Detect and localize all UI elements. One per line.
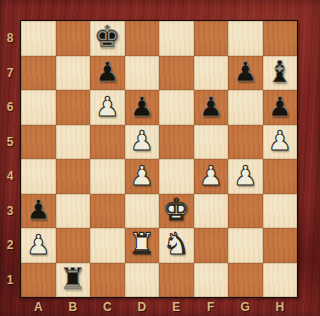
piece-white-pawn-a2[interactable]: ♟ — [26, 231, 50, 258]
square-h2[interactable] — [263, 228, 298, 263]
square-f5[interactable] — [194, 125, 229, 160]
square-c6[interactable]: ♟ — [90, 90, 125, 125]
square-e2[interactable]: ♞ — [159, 228, 194, 263]
square-b5[interactable] — [56, 125, 91, 160]
square-b6[interactable] — [56, 90, 91, 125]
square-g1[interactable] — [228, 263, 263, 298]
square-b3[interactable] — [56, 194, 91, 229]
square-b4[interactable] — [56, 159, 91, 194]
square-h7[interactable]: ♝ — [263, 56, 298, 91]
square-a5[interactable] — [21, 125, 56, 160]
piece-white-king-e3[interactable]: ♚ — [163, 195, 190, 225]
square-e8[interactable] — [159, 21, 194, 56]
square-c7[interactable]: ♟ — [90, 56, 125, 91]
piece-white-pawn-c6[interactable]: ♟ — [95, 93, 119, 120]
square-h4[interactable] — [263, 159, 298, 194]
piece-black-pawn-f6[interactable]: ♟ — [199, 93, 223, 120]
square-b8[interactable] — [56, 21, 91, 56]
file-label-f: F — [194, 297, 229, 316]
square-c3[interactable] — [90, 194, 125, 229]
square-c4[interactable] — [90, 159, 125, 194]
file-label-c: C — [90, 297, 125, 316]
square-f1[interactable] — [194, 263, 229, 298]
piece-black-pawn-g7[interactable]: ♟ — [233, 58, 257, 85]
square-g6[interactable] — [228, 90, 263, 125]
square-g2[interactable] — [228, 228, 263, 263]
file-label-b: B — [56, 297, 91, 316]
piece-white-pawn-f4[interactable]: ♟ — [199, 162, 223, 189]
rank-label-3: 3 — [0, 194, 20, 229]
square-g7[interactable]: ♟ — [228, 56, 263, 91]
square-c5[interactable] — [90, 125, 125, 160]
piece-black-king-c8[interactable]: ♚ — [94, 22, 121, 52]
square-e6[interactable] — [159, 90, 194, 125]
file-label-a: A — [21, 297, 56, 316]
piece-black-rook-b1[interactable]: ♜ — [59, 264, 86, 294]
square-c1[interactable] — [90, 263, 125, 298]
square-a8[interactable] — [21, 21, 56, 56]
square-d2[interactable]: ♜ — [125, 228, 160, 263]
square-h1[interactable] — [263, 263, 298, 298]
square-e1[interactable] — [159, 263, 194, 298]
chess-board: ♚♟♟♝♟♟♟♟♟♟♟♟♟♟♚♟♜♞♜ — [20, 20, 298, 298]
square-f3[interactable] — [194, 194, 229, 229]
square-a1[interactable] — [21, 263, 56, 298]
square-e5[interactable] — [159, 125, 194, 160]
square-h5[interactable]: ♟ — [263, 125, 298, 160]
piece-white-pawn-d5[interactable]: ♟ — [130, 127, 154, 154]
square-g5[interactable] — [228, 125, 263, 160]
square-b1[interactable]: ♜ — [56, 263, 91, 298]
file-label-e: E — [159, 297, 194, 316]
square-g4[interactable]: ♟ — [228, 159, 263, 194]
square-e4[interactable] — [159, 159, 194, 194]
rank-labels: 87654321 — [0, 21, 20, 297]
square-e3[interactable]: ♚ — [159, 194, 194, 229]
square-a7[interactable] — [21, 56, 56, 91]
square-a4[interactable] — [21, 159, 56, 194]
square-f2[interactable] — [194, 228, 229, 263]
rank-label-1: 1 — [0, 263, 20, 298]
square-h8[interactable] — [263, 21, 298, 56]
file-labels: ABCDEFGH — [21, 297, 297, 316]
square-a6[interactable] — [21, 90, 56, 125]
rank-label-4: 4 — [0, 159, 20, 194]
rank-label-8: 8 — [0, 21, 20, 56]
piece-white-knight-e2[interactable]: ♞ — [163, 229, 190, 259]
square-b7[interactable] — [56, 56, 91, 91]
square-f8[interactable] — [194, 21, 229, 56]
piece-black-pawn-a3[interactable]: ♟ — [26, 196, 50, 223]
square-f6[interactable]: ♟ — [194, 90, 229, 125]
file-label-h: H — [263, 297, 298, 316]
square-e7[interactable] — [159, 56, 194, 91]
square-d1[interactable] — [125, 263, 160, 298]
square-g8[interactable] — [228, 21, 263, 56]
chess-diagram: 87654321 ♚♟♟♝♟♟♟♟♟♟♟♟♟♟♚♟♜♞♜ ABCDEFGH — [0, 0, 320, 316]
piece-black-pawn-d6[interactable]: ♟ — [130, 93, 154, 120]
piece-black-pawn-h6[interactable]: ♟ — [268, 93, 292, 120]
square-d6[interactable]: ♟ — [125, 90, 160, 125]
square-g3[interactable] — [228, 194, 263, 229]
piece-white-pawn-g4[interactable]: ♟ — [233, 162, 257, 189]
square-h6[interactable]: ♟ — [263, 90, 298, 125]
piece-white-pawn-h5[interactable]: ♟ — [268, 127, 292, 154]
square-c2[interactable] — [90, 228, 125, 263]
rank-label-7: 7 — [0, 56, 20, 91]
rank-label-2: 2 — [0, 228, 20, 263]
piece-white-rook-d2[interactable]: ♜ — [128, 229, 155, 259]
square-f4[interactable]: ♟ — [194, 159, 229, 194]
piece-black-bishop-h7[interactable]: ♝ — [266, 57, 293, 87]
square-f7[interactable] — [194, 56, 229, 91]
square-d7[interactable] — [125, 56, 160, 91]
file-label-g: G — [228, 297, 263, 316]
square-b2[interactable] — [56, 228, 91, 263]
square-a3[interactable]: ♟ — [21, 194, 56, 229]
file-label-d: D — [125, 297, 160, 316]
square-d3[interactable] — [125, 194, 160, 229]
piece-black-pawn-c7[interactable]: ♟ — [95, 58, 119, 85]
piece-white-pawn-d4[interactable]: ♟ — [130, 162, 154, 189]
square-h3[interactable] — [263, 194, 298, 229]
rank-label-6: 6 — [0, 90, 20, 125]
square-d4[interactable]: ♟ — [125, 159, 160, 194]
square-d5[interactable]: ♟ — [125, 125, 160, 160]
rank-label-5: 5 — [0, 125, 20, 160]
square-d8[interactable] — [125, 21, 160, 56]
square-a2[interactable]: ♟ — [21, 228, 56, 263]
square-c8[interactable]: ♚ — [90, 21, 125, 56]
